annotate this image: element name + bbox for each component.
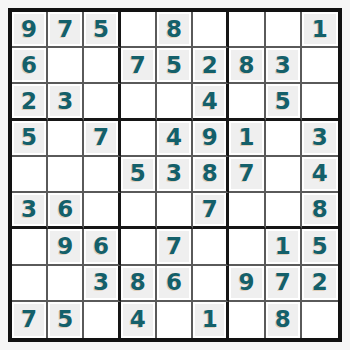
- cell-r2c2[interactable]: [48, 48, 84, 84]
- cell-r7c5[interactable]: 7: [157, 229, 193, 265]
- cell-r4c1[interactable]: 5: [12, 121, 48, 157]
- given-digit: 4: [166, 126, 182, 149]
- cell-r6c4[interactable]: [121, 193, 157, 229]
- cell-r1c1[interactable]: 9: [12, 12, 48, 48]
- cell-r8c2[interactable]: [48, 266, 84, 302]
- given-digit: 7: [275, 271, 291, 294]
- given-digit: 3: [93, 271, 109, 294]
- given-digit: 7: [166, 235, 182, 258]
- cell-r9c2[interactable]: 5: [48, 302, 84, 338]
- cell-r1c6[interactable]: [193, 12, 229, 48]
- sudoku-board: 9758167528323455749135387436789671538697…: [8, 8, 342, 342]
- cell-r3c2[interactable]: 3: [48, 84, 84, 120]
- cell-r3c5[interactable]: [157, 84, 193, 120]
- given-digit: 2: [202, 54, 218, 77]
- cell-r2c5[interactable]: 5: [157, 48, 193, 84]
- cell-r1c3[interactable]: 5: [84, 12, 120, 48]
- cell-r9c4[interactable]: 4: [121, 302, 157, 338]
- given-digit: 3: [21, 198, 37, 221]
- cell-r2c8[interactable]: 3: [266, 48, 302, 84]
- cell-r2c9[interactable]: [302, 48, 338, 84]
- given-digit: 9: [238, 271, 254, 294]
- given-digit: 6: [21, 54, 37, 77]
- cell-r5c4[interactable]: 5: [121, 157, 157, 193]
- cell-r8c7[interactable]: 9: [229, 266, 265, 302]
- cell-r6c7[interactable]: [229, 193, 265, 229]
- cell-r8c1[interactable]: [12, 266, 48, 302]
- cell-r9c3[interactable]: [84, 302, 120, 338]
- cell-r6c9[interactable]: 8: [302, 193, 338, 229]
- given-digit: 2: [21, 90, 37, 113]
- given-digit: 7: [21, 308, 37, 331]
- cell-r9c5[interactable]: [157, 302, 193, 338]
- given-digit: 6: [166, 271, 182, 294]
- given-digit: 8: [275, 308, 291, 331]
- cell-r1c9[interactable]: 1: [302, 12, 338, 48]
- given-digit: 3: [312, 126, 328, 149]
- cell-r4c9[interactable]: 3: [302, 121, 338, 157]
- cell-r5c5[interactable]: 3: [157, 157, 193, 193]
- cell-r6c8[interactable]: [266, 193, 302, 229]
- cell-r8c3[interactable]: 3: [84, 266, 120, 302]
- cell-r1c2[interactable]: 7: [48, 12, 84, 48]
- given-digit: 7: [57, 18, 73, 41]
- given-digit: 3: [166, 162, 182, 185]
- cell-r2c3[interactable]: [84, 48, 120, 84]
- given-digit: 5: [166, 54, 182, 77]
- cell-r5c7[interactable]: 7: [229, 157, 265, 193]
- given-digit: 3: [275, 54, 291, 77]
- given-digit: 7: [130, 54, 146, 77]
- cell-r9c1[interactable]: 7: [12, 302, 48, 338]
- cell-r5c9[interactable]: 4: [302, 157, 338, 193]
- given-digit: 1: [238, 126, 254, 149]
- given-digit: 4: [130, 308, 146, 331]
- given-digit: 6: [93, 235, 109, 258]
- cell-r8c4[interactable]: 8: [121, 266, 157, 302]
- given-digit: 4: [312, 162, 328, 185]
- given-digit: 4: [202, 90, 218, 113]
- cell-r7c3[interactable]: 6: [84, 229, 120, 265]
- cell-r7c8[interactable]: 1: [266, 229, 302, 265]
- cell-r2c1[interactable]: 6: [12, 48, 48, 84]
- cell-r8c9[interactable]: 2: [302, 266, 338, 302]
- cell-r5c8[interactable]: [266, 157, 302, 193]
- given-digit: 8: [238, 54, 254, 77]
- given-digit: 9: [202, 126, 218, 149]
- given-digit: 7: [93, 126, 109, 149]
- cell-r7c1[interactable]: [12, 229, 48, 265]
- cell-r6c2[interactable]: 6: [48, 193, 84, 229]
- cell-r7c6[interactable]: [193, 229, 229, 265]
- given-digit: 5: [312, 235, 328, 258]
- sudoku-page: 9758167528323455749135387436789671538697…: [0, 0, 350, 350]
- cell-r1c5[interactable]: 8: [157, 12, 193, 48]
- cell-r1c8[interactable]: [266, 12, 302, 48]
- cell-r1c4[interactable]: [121, 12, 157, 48]
- cell-r5c3[interactable]: [84, 157, 120, 193]
- cell-r8c6[interactable]: [193, 266, 229, 302]
- cell-r6c6[interactable]: 7: [193, 193, 229, 229]
- cell-r4c8[interactable]: [266, 121, 302, 157]
- cell-r3c1[interactable]: 2: [12, 84, 48, 120]
- cell-r1c7[interactable]: [229, 12, 265, 48]
- cell-r7c9[interactable]: 5: [302, 229, 338, 265]
- cell-r3c4[interactable]: [121, 84, 157, 120]
- given-digit: 2: [312, 271, 328, 294]
- given-digit: 8: [312, 198, 328, 221]
- cell-r6c1[interactable]: 3: [12, 193, 48, 229]
- cell-r7c2[interactable]: 9: [48, 229, 84, 265]
- cell-r6c5[interactable]: [157, 193, 193, 229]
- given-digit: 5: [57, 308, 73, 331]
- cell-r3c8[interactable]: 5: [266, 84, 302, 120]
- cell-r7c7[interactable]: [229, 229, 265, 265]
- given-digit: 1: [275, 235, 291, 258]
- cell-r5c6[interactable]: 8: [193, 157, 229, 193]
- given-digit: 7: [202, 198, 218, 221]
- given-digit: 6: [57, 198, 73, 221]
- cell-r2c6[interactable]: 2: [193, 48, 229, 84]
- given-digit: 5: [275, 90, 291, 113]
- cell-r4c3[interactable]: 7: [84, 121, 120, 157]
- given-digit: 5: [93, 18, 109, 41]
- cell-r5c1[interactable]: [12, 157, 48, 193]
- cell-r3c7[interactable]: [229, 84, 265, 120]
- cell-r3c6[interactable]: 4: [193, 84, 229, 120]
- given-digit: 7: [238, 162, 254, 185]
- given-digit: 8: [130, 271, 146, 294]
- cell-r5c2[interactable]: [48, 157, 84, 193]
- given-digit: 1: [202, 308, 218, 331]
- cell-r3c9[interactable]: [302, 84, 338, 120]
- cell-r9c8[interactable]: 8: [266, 302, 302, 338]
- given-digit: 9: [57, 235, 73, 258]
- cell-r4c5[interactable]: 4: [157, 121, 193, 157]
- given-digit: 3: [57, 90, 73, 113]
- cell-r9c9[interactable]: [302, 302, 338, 338]
- given-digit: 5: [130, 162, 146, 185]
- cell-r2c4[interactable]: 7: [121, 48, 157, 84]
- given-digit: 5: [21, 126, 37, 149]
- cell-r3c3[interactable]: [84, 84, 120, 120]
- cell-r2c7[interactable]: 8: [229, 48, 265, 84]
- cell-r9c6[interactable]: 1: [193, 302, 229, 338]
- cell-r6c3[interactable]: [84, 193, 120, 229]
- given-digit: 8: [202, 162, 218, 185]
- cell-r4c7[interactable]: 1: [229, 121, 265, 157]
- cell-r9c7[interactable]: [229, 302, 265, 338]
- cell-r8c5[interactable]: 6: [157, 266, 193, 302]
- given-digit: 1: [312, 18, 328, 41]
- given-digit: 9: [21, 18, 37, 41]
- given-digit: 8: [166, 18, 182, 41]
- cell-r4c4[interactable]: [121, 121, 157, 157]
- cell-r8c8[interactable]: 7: [266, 266, 302, 302]
- cell-r4c6[interactable]: 9: [193, 121, 229, 157]
- cell-r7c4[interactable]: [121, 229, 157, 265]
- cell-r4c2[interactable]: [48, 121, 84, 157]
